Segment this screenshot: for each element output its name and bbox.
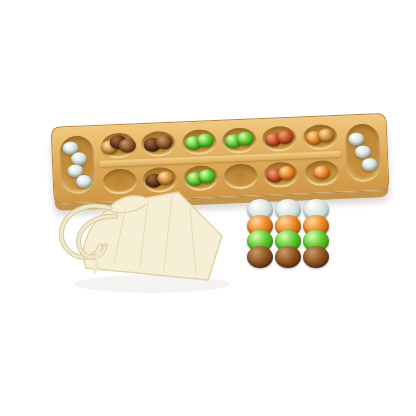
clear-stone xyxy=(361,158,378,172)
orange-stone xyxy=(278,166,296,181)
brown-stone xyxy=(247,246,273,268)
green-stone xyxy=(196,133,214,148)
red-stone xyxy=(277,130,295,145)
pit-top-5[interactable] xyxy=(262,125,297,151)
brown-stone xyxy=(303,246,329,268)
green-stone xyxy=(237,131,255,146)
brown-stone xyxy=(275,246,301,268)
clear-stone xyxy=(355,145,372,159)
orange-stone xyxy=(313,165,331,180)
green-stone xyxy=(198,169,216,184)
pit-top-2[interactable] xyxy=(141,130,176,156)
pit-top-3[interactable] xyxy=(182,129,217,155)
loose-stones-group xyxy=(247,199,331,271)
pit-top-6[interactable] xyxy=(303,123,338,149)
brown-stone xyxy=(119,138,137,153)
amber-stone xyxy=(317,128,335,143)
pit-top-4[interactable] xyxy=(222,127,257,153)
store-right[interactable] xyxy=(345,123,381,182)
clear-stone xyxy=(348,132,365,146)
pit-bottom-5[interactable] xyxy=(264,161,299,187)
pit-top-1[interactable] xyxy=(101,132,136,158)
pit-bottom-6[interactable] xyxy=(304,159,339,185)
scene xyxy=(0,0,416,416)
amber-stone xyxy=(157,171,175,186)
drawstring-bag xyxy=(50,186,242,298)
brown-stone xyxy=(156,135,174,150)
